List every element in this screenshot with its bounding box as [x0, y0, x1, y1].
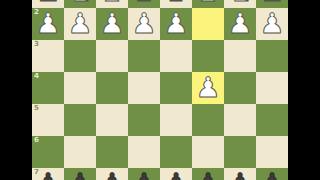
black-pawn[interactable]: ♟ — [64, 168, 96, 180]
square-e2[interactable]: ♟ — [128, 8, 160, 40]
square-a7[interactable]: ♟ — [256, 168, 288, 180]
square-e7[interactable]: ♟ — [128, 168, 160, 180]
square-d4[interactable] — [160, 72, 192, 104]
square-c1[interactable]: ♝ — [192, 0, 224, 8]
square-d7[interactable]: ♟ — [160, 168, 192, 180]
black-pawn[interactable]: ♟ — [192, 168, 224, 180]
square-g3[interactable] — [64, 40, 96, 72]
square-f4[interactable] — [96, 72, 128, 104]
white-pawn[interactable]: ♟ — [224, 8, 256, 40]
square-g5[interactable] — [64, 104, 96, 136]
square-c2[interactable] — [192, 8, 224, 40]
square-a6[interactable] — [256, 136, 288, 168]
square-g2[interactable]: ♟ — [64, 8, 96, 40]
square-c5[interactable] — [192, 104, 224, 136]
square-h7[interactable]: ♟ — [32, 168, 64, 180]
black-pawn[interactable]: ♟ — [128, 168, 160, 180]
square-e3[interactable] — [128, 40, 160, 72]
white-pawn[interactable]: ♟ — [160, 8, 192, 40]
black-pawn[interactable]: ♟ — [224, 168, 256, 180]
white-pawn[interactable]: ♟ — [64, 8, 96, 40]
square-b7[interactable]: ♟ — [224, 168, 256, 180]
white-pawn[interactable]: ♟ — [32, 8, 64, 40]
square-e5[interactable] — [128, 104, 160, 136]
chess-board: ♜♞♝♚♛♝♞♜♟♟♟♟♟♟♟♟♟♟♟♟♟♟♟♟♜♞♝♚♛♝♞♜12345678 — [32, 0, 288, 180]
white-bishop[interactable]: ♝ — [192, 0, 224, 8]
square-c6[interactable] — [192, 136, 224, 168]
square-b5[interactable] — [224, 104, 256, 136]
white-pawn[interactable]: ♟ — [256, 8, 288, 40]
square-c3[interactable] — [192, 40, 224, 72]
square-a2[interactable]: ♟ — [256, 8, 288, 40]
square-b4[interactable] — [224, 72, 256, 104]
square-a5[interactable] — [256, 104, 288, 136]
square-f7[interactable]: ♟ — [96, 168, 128, 180]
square-h6[interactable] — [32, 136, 64, 168]
chess-app-viewport: ♜♞♝♚♛♝♞♜♟♟♟♟♟♟♟♟♟♟♟♟♟♟♟♟♜♞♝♚♛♝♞♜12345678 — [0, 0, 320, 180]
square-d3[interactable] — [160, 40, 192, 72]
white-pawn[interactable]: ♟ — [96, 8, 128, 40]
square-a3[interactable] — [256, 40, 288, 72]
square-c4[interactable]: ♟ — [192, 72, 224, 104]
square-a4[interactable] — [256, 72, 288, 104]
black-pawn[interactable]: ♟ — [256, 168, 288, 180]
square-h5[interactable] — [32, 104, 64, 136]
square-f3[interactable] — [96, 40, 128, 72]
square-g6[interactable] — [64, 136, 96, 168]
square-f6[interactable] — [96, 136, 128, 168]
black-pawn[interactable]: ♟ — [32, 168, 64, 180]
square-f5[interactable] — [96, 104, 128, 136]
square-b6[interactable] — [224, 136, 256, 168]
square-h4[interactable] — [32, 72, 64, 104]
black-pawn[interactable]: ♟ — [96, 168, 128, 180]
square-h3[interactable] — [32, 40, 64, 72]
square-e4[interactable] — [128, 72, 160, 104]
square-b2[interactable]: ♟ — [224, 8, 256, 40]
square-e6[interactable] — [128, 136, 160, 168]
square-d2[interactable]: ♟ — [160, 8, 192, 40]
square-d5[interactable] — [160, 104, 192, 136]
square-c7[interactable]: ♟ — [192, 168, 224, 180]
black-pawn[interactable]: ♟ — [160, 168, 192, 180]
square-d6[interactable] — [160, 136, 192, 168]
square-h2[interactable]: ♟ — [32, 8, 64, 40]
square-g4[interactable] — [64, 72, 96, 104]
square-b3[interactable] — [224, 40, 256, 72]
white-pawn[interactable]: ♟ — [192, 72, 224, 104]
square-f2[interactable]: ♟ — [96, 8, 128, 40]
white-pawn[interactable]: ♟ — [128, 8, 160, 40]
square-g7[interactable]: ♟ — [64, 168, 96, 180]
